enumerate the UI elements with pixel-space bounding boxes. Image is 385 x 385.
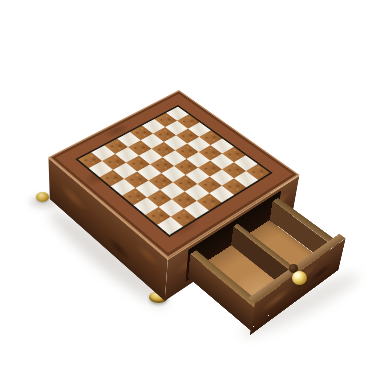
square-c4 — [137, 164, 161, 180]
square-b4 — [124, 172, 148, 189]
square-d5 — [161, 166, 185, 182]
square-g8 — [234, 171, 258, 187]
square-b5 — [135, 181, 160, 198]
square-c7 — [172, 191, 197, 208]
square-b7 — [159, 199, 184, 217]
square-e6 — [186, 168, 210, 184]
square-f8 — [222, 178, 246, 195]
square-b8 — [171, 209, 196, 227]
square-a6 — [133, 197, 158, 215]
product-photo-scene — [0, 0, 385, 385]
brass-knob — [292, 271, 307, 285]
square-c8 — [184, 201, 209, 219]
square-a7 — [145, 207, 170, 225]
square-f7 — [210, 169, 234, 185]
square-d7 — [185, 184, 210, 201]
brass-foot-left — [36, 192, 49, 202]
square-d8 — [197, 193, 222, 210]
square-d6 — [173, 175, 197, 192]
square-c6 — [160, 182, 185, 199]
square-c5 — [148, 173, 172, 190]
square-a3 — [100, 170, 124, 186]
square-b3 — [113, 163, 137, 179]
square-a4 — [111, 179, 136, 196]
square-e7 — [197, 177, 221, 194]
square-a8 — [157, 217, 183, 235]
square-a5 — [122, 188, 147, 205]
square-a2 — [89, 161, 113, 177]
square-b6 — [147, 190, 172, 207]
square-e8 — [209, 186, 234, 203]
